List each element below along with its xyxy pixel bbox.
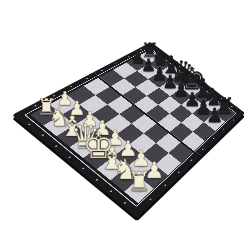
frame-coordinate-mark: [232, 119, 234, 121]
frame-coordinate-mark: [178, 171, 180, 173]
frame-coordinate-mark: [158, 51, 160, 52]
frame-coordinate-mark: [179, 66, 181, 67]
frame-coordinate-mark: [128, 55, 130, 56]
frame-coordinate-mark: [213, 138, 215, 140]
frame-coordinate-mark: [28, 123, 31, 125]
frame-coordinate-mark: [164, 184, 166, 186]
frame-coordinate-mark: [210, 90, 212, 91]
frame-coordinate-mark: [199, 82, 201, 83]
frame-coordinate-mark: [223, 128, 225, 130]
frame-coordinate-mark: [231, 106, 233, 107]
frame-coordinate-mark: [124, 202, 127, 204]
frame-coordinate-mark: [68, 156, 71, 158]
board-squares-grid: [30, 49, 234, 203]
frame-coordinate-mark: [55, 145, 58, 147]
frame-coordinate-mark: [82, 167, 85, 169]
frame-coordinate-mark: [202, 148, 204, 150]
frame-coordinate-mark: [101, 70, 103, 71]
frame-coordinate-mark: [41, 134, 44, 136]
frame-coordinate-mark: [149, 198, 152, 200]
frame-coordinate-mark: [115, 62, 117, 63]
frame-coordinate-mark: [220, 98, 222, 99]
chessboard: [12, 42, 245, 218]
frame-coordinate-mark: [140, 49, 142, 50]
frame-coordinate-mark: [168, 58, 170, 59]
frame-coordinate-mark: [110, 190, 113, 192]
frame-coordinate-mark: [70, 86, 73, 88]
frame-coordinate-mark: [190, 159, 192, 161]
frame-coordinate-mark: [34, 105, 37, 107]
chess-set-product-photo: ♜♞♝♛♚♝♞♜♟♟♟♟♟♟♟♟♟♟♟♟♟♟♟♟♜♞♝♛♚♝♞♜: [0, 0, 250, 250]
frame-coordinate-mark: [96, 179, 99, 181]
frame-coordinate-mark: [189, 74, 191, 75]
frame-coordinate-mark: [53, 95, 56, 97]
frame-coordinate-mark: [86, 77, 88, 79]
